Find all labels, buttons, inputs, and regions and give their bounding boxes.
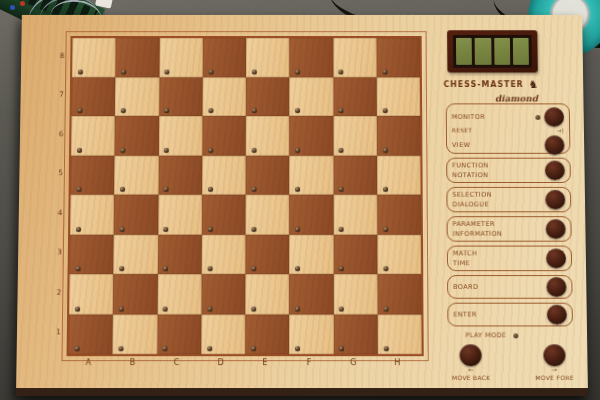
monitor-group: MONITOR RESET →| VIEW — [446, 103, 571, 153]
square-led — [383, 266, 388, 271]
square-h3[interactable] — [377, 234, 421, 274]
move-fore-label: MOVE FORE — [535, 374, 573, 381]
square-led — [75, 306, 80, 311]
lcd-screen — [453, 35, 532, 68]
square-led — [164, 187, 169, 192]
red-wire-bit — [20, 1, 25, 6]
dialogue-label: DIALOGUE — [452, 201, 489, 209]
rank-label-1: 1 — [45, 312, 61, 352]
square-d3[interactable] — [201, 234, 245, 274]
square-led — [163, 346, 168, 351]
square-e7[interactable] — [246, 77, 290, 116]
square-led — [383, 306, 388, 311]
parameter-label: PARAMETER — [453, 220, 495, 228]
square-c6[interactable] — [158, 116, 202, 155]
square-c4[interactable] — [158, 195, 202, 235]
rank-label-4: 4 — [46, 193, 62, 233]
square-led — [76, 187, 81, 192]
chess-grid — [69, 38, 422, 354]
square-led — [295, 227, 300, 232]
blue-wire-bit — [10, 5, 15, 10]
monitor-label: MONITOR — [452, 112, 486, 122]
square-e8[interactable] — [246, 38, 290, 77]
square-e3[interactable] — [245, 234, 289, 274]
square-a5[interactable] — [71, 155, 115, 194]
selection-label: SELECTION — [452, 191, 492, 199]
square-led — [119, 306, 124, 311]
square-led — [382, 148, 387, 153]
square-f7[interactable] — [289, 77, 333, 116]
square-d8[interactable] — [202, 38, 246, 77]
square-f3[interactable] — [289, 234, 333, 274]
square-led — [207, 306, 212, 311]
square-led — [76, 227, 81, 232]
rank-label-8: 8 — [48, 36, 64, 75]
square-d4[interactable] — [202, 195, 246, 235]
square-c2[interactable] — [157, 274, 201, 314]
parameter-information-button[interactable] — [546, 219, 566, 239]
move-fore-arrow-icon: → — [552, 367, 558, 373]
square-led — [295, 306, 300, 311]
square-a3[interactable] — [70, 234, 114, 274]
function-notation-button[interactable] — [545, 161, 565, 180]
square-led — [295, 108, 300, 113]
square-led — [118, 346, 123, 351]
play-mode-led — [513, 333, 518, 338]
square-c3[interactable] — [157, 234, 201, 274]
square-h8[interactable] — [376, 38, 420, 77]
square-f4[interactable] — [289, 195, 333, 235]
rank-label-2: 2 — [45, 272, 61, 312]
square-e6[interactable] — [246, 116, 290, 155]
square-led — [119, 266, 124, 271]
monitor-led — [535, 115, 540, 120]
match-group: MATCHTIME — [447, 246, 572, 272]
square-led — [295, 148, 300, 153]
square-led — [251, 266, 256, 271]
square-g6[interactable] — [333, 116, 377, 155]
square-d2[interactable] — [201, 274, 245, 314]
board-button[interactable] — [546, 277, 566, 297]
information-label: INFORMATION — [453, 230, 503, 238]
square-h2[interactable] — [377, 274, 421, 314]
square-led — [251, 227, 256, 232]
reset-label: RESET — [452, 127, 472, 136]
square-a8[interactable] — [72, 38, 116, 77]
view-label: VIEW — [452, 140, 470, 150]
square-b1[interactable] — [113, 314, 157, 354]
board-group: BOARD — [447, 275, 573, 299]
square-led — [251, 306, 256, 311]
reset-arrow-icon: →| — [557, 127, 565, 136]
control-panel: CHESS-MASTER ♞ diamond MONITOR RESET →| … — [437, 15, 586, 388]
enter-button[interactable] — [547, 305, 567, 325]
file-labels: ABCDEFGH — [66, 358, 419, 367]
square-d7[interactable] — [202, 77, 246, 116]
square-g2[interactable] — [333, 274, 377, 314]
square-g1[interactable] — [333, 314, 377, 354]
chess-computer-board: 87654321 ABCDEFGH CHESS-MASTER ♞ diamond… — [16, 15, 588, 396]
move-fore-button[interactable] — [543, 344, 565, 366]
file-label-b: B — [111, 358, 155, 367]
file-label-d: D — [199, 358, 243, 367]
file-label-f: F — [287, 358, 331, 367]
square-led — [382, 69, 387, 74]
rank-label-3: 3 — [46, 232, 62, 272]
square-c8[interactable] — [159, 38, 203, 77]
square-led — [77, 108, 82, 113]
selection-group: SELECTIONDIALOGUE — [446, 187, 571, 212]
selection-dialogue-button[interactable] — [545, 190, 565, 210]
square-led — [295, 346, 300, 351]
lcd-digit — [494, 38, 510, 65]
view-button[interactable] — [545, 135, 565, 154]
square-led — [121, 69, 126, 74]
parameter-group: PARAMETERINFORMATION — [447, 216, 572, 241]
square-led — [207, 346, 212, 351]
square-led — [339, 306, 344, 311]
square-b4[interactable] — [114, 195, 158, 235]
move-back-button[interactable] — [460, 344, 482, 366]
square-a2[interactable] — [69, 274, 113, 314]
square-led — [120, 148, 125, 153]
square-b3[interactable] — [113, 234, 157, 274]
square-h6[interactable] — [377, 116, 421, 155]
square-led — [251, 187, 256, 192]
square-h4[interactable] — [377, 195, 421, 235]
square-b8[interactable] — [116, 38, 160, 77]
square-led — [77, 148, 82, 153]
square-e2[interactable] — [245, 274, 289, 314]
square-g3[interactable] — [333, 234, 377, 274]
square-b2[interactable] — [113, 274, 157, 314]
square-led — [207, 227, 212, 232]
match-label: MATCH — [453, 249, 477, 257]
square-led — [120, 227, 125, 232]
lcd-digit — [475, 38, 491, 65]
square-led — [208, 148, 213, 153]
square-f1[interactable] — [289, 314, 333, 354]
square-a4[interactable] — [70, 195, 114, 235]
square-f8[interactable] — [289, 38, 332, 77]
square-led — [165, 69, 170, 74]
square-led — [339, 346, 344, 351]
square-led — [383, 346, 388, 351]
file-label-h: H — [376, 358, 420, 367]
square-b6[interactable] — [115, 116, 159, 155]
rank-label-6: 6 — [47, 114, 63, 153]
square-led — [75, 266, 80, 271]
function-label: FUNCTION — [452, 162, 489, 170]
lcd-display — [447, 30, 538, 72]
square-c7[interactable] — [159, 77, 203, 116]
square-d6[interactable] — [202, 116, 246, 155]
brand-label: CHESS-MASTER — [444, 80, 524, 89]
file-label-g: G — [331, 358, 375, 367]
square-e5[interactable] — [246, 155, 290, 194]
file-label-e: E — [243, 358, 287, 367]
square-led — [74, 346, 79, 351]
square-led — [207, 266, 212, 271]
square-e4[interactable] — [245, 195, 289, 235]
square-led — [208, 187, 213, 192]
enter-group: ENTER — [447, 303, 573, 327]
square-led — [339, 148, 344, 153]
square-led — [339, 266, 344, 271]
function-group: FUNCTIONNOTATION — [446, 158, 571, 183]
square-a6[interactable] — [71, 116, 115, 155]
square-led — [121, 108, 126, 113]
move-back-label: MOVE BACK — [452, 374, 491, 381]
square-b5[interactable] — [114, 155, 158, 194]
knight-icon: ♞ — [529, 81, 539, 89]
square-led — [383, 227, 388, 232]
square-led — [208, 108, 213, 113]
square-e1[interactable] — [245, 314, 289, 354]
enter-label: ENTER — [453, 310, 477, 320]
square-g8[interactable] — [333, 38, 377, 77]
board-label: BOARD — [453, 282, 478, 292]
square-led — [120, 187, 125, 192]
square-f2[interactable] — [289, 274, 333, 314]
square-g5[interactable] — [333, 155, 377, 194]
square-led — [163, 306, 168, 311]
play-mode-label: PLAY MODE — [465, 330, 506, 340]
time-label: TIME — [453, 259, 470, 267]
square-d1[interactable] — [201, 314, 245, 354]
square-led — [339, 108, 344, 113]
square-h5[interactable] — [377, 155, 421, 194]
square-led — [78, 69, 83, 74]
square-led — [382, 108, 387, 113]
square-a7[interactable] — [72, 77, 116, 116]
move-back-arrow-icon: ← — [468, 367, 473, 373]
square-h1[interactable] — [377, 314, 421, 354]
square-b7[interactable] — [115, 77, 159, 116]
square-led — [295, 69, 300, 74]
rank-label-7: 7 — [48, 75, 64, 114]
lcd-digit — [513, 38, 529, 65]
square-led — [383, 187, 388, 192]
square-led — [164, 148, 169, 153]
square-led — [295, 187, 300, 192]
rank-label-5: 5 — [47, 153, 63, 192]
square-g4[interactable] — [333, 195, 377, 235]
file-label-a: A — [66, 358, 110, 367]
square-a1[interactable] — [69, 314, 114, 354]
square-led — [339, 69, 344, 74]
square-d5[interactable] — [202, 155, 246, 194]
square-led — [339, 187, 344, 192]
square-led — [339, 227, 344, 232]
square-led — [295, 266, 300, 271]
file-label-c: C — [155, 358, 199, 367]
monitor-button[interactable] — [544, 107, 564, 126]
notation-label: NOTATION — [452, 171, 488, 179]
square-led — [251, 148, 256, 153]
square-h7[interactable] — [376, 77, 420, 116]
square-led — [163, 227, 168, 232]
square-c1[interactable] — [157, 314, 201, 354]
square-c5[interactable] — [158, 155, 202, 194]
board-frame — [67, 36, 424, 356]
square-led — [252, 69, 257, 74]
square-led — [164, 108, 169, 113]
square-led — [252, 108, 257, 113]
square-f5[interactable] — [289, 155, 333, 194]
square-f6[interactable] — [289, 116, 333, 155]
square-g7[interactable] — [333, 77, 377, 116]
model-label: diamond — [495, 94, 538, 104]
match-time-button[interactable] — [546, 249, 566, 269]
square-led — [163, 266, 168, 271]
lcd-digit — [456, 38, 472, 65]
square-led — [251, 346, 256, 351]
square-led — [208, 69, 213, 74]
